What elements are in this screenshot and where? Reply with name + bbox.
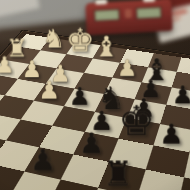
square-g2[interactable] — [137, 170, 184, 190]
chess-scene-photo: ♞♚♝♜♟♝♟♟♟♟♟♜♟♟♞♟♟♚♟♟♟♜ — [0, 0, 190, 190]
clock-brand-badge — [125, 9, 132, 18]
square-e6[interactable] — [104, 78, 142, 100]
clock-display-left — [94, 8, 121, 21]
clock-display-right — [136, 6, 163, 19]
chess-clock — [85, 0, 173, 35]
square-e7[interactable]: ♟ — [112, 63, 148, 83]
chess-board-frame: ♞♚♝♜♟♝♟♟♟♟♟♜♟♟♞♟♟♚♟♟♟♜ — [0, 30, 190, 190]
piece-black-pawn: ♟ — [23, 146, 62, 175]
clock-button[interactable] — [95, 0, 107, 5]
chess-board: ♞♚♝♜♟♝♟♟♟♟♟♜♟♟♞♟♟♚♟♟♟♜ — [0, 34, 190, 190]
